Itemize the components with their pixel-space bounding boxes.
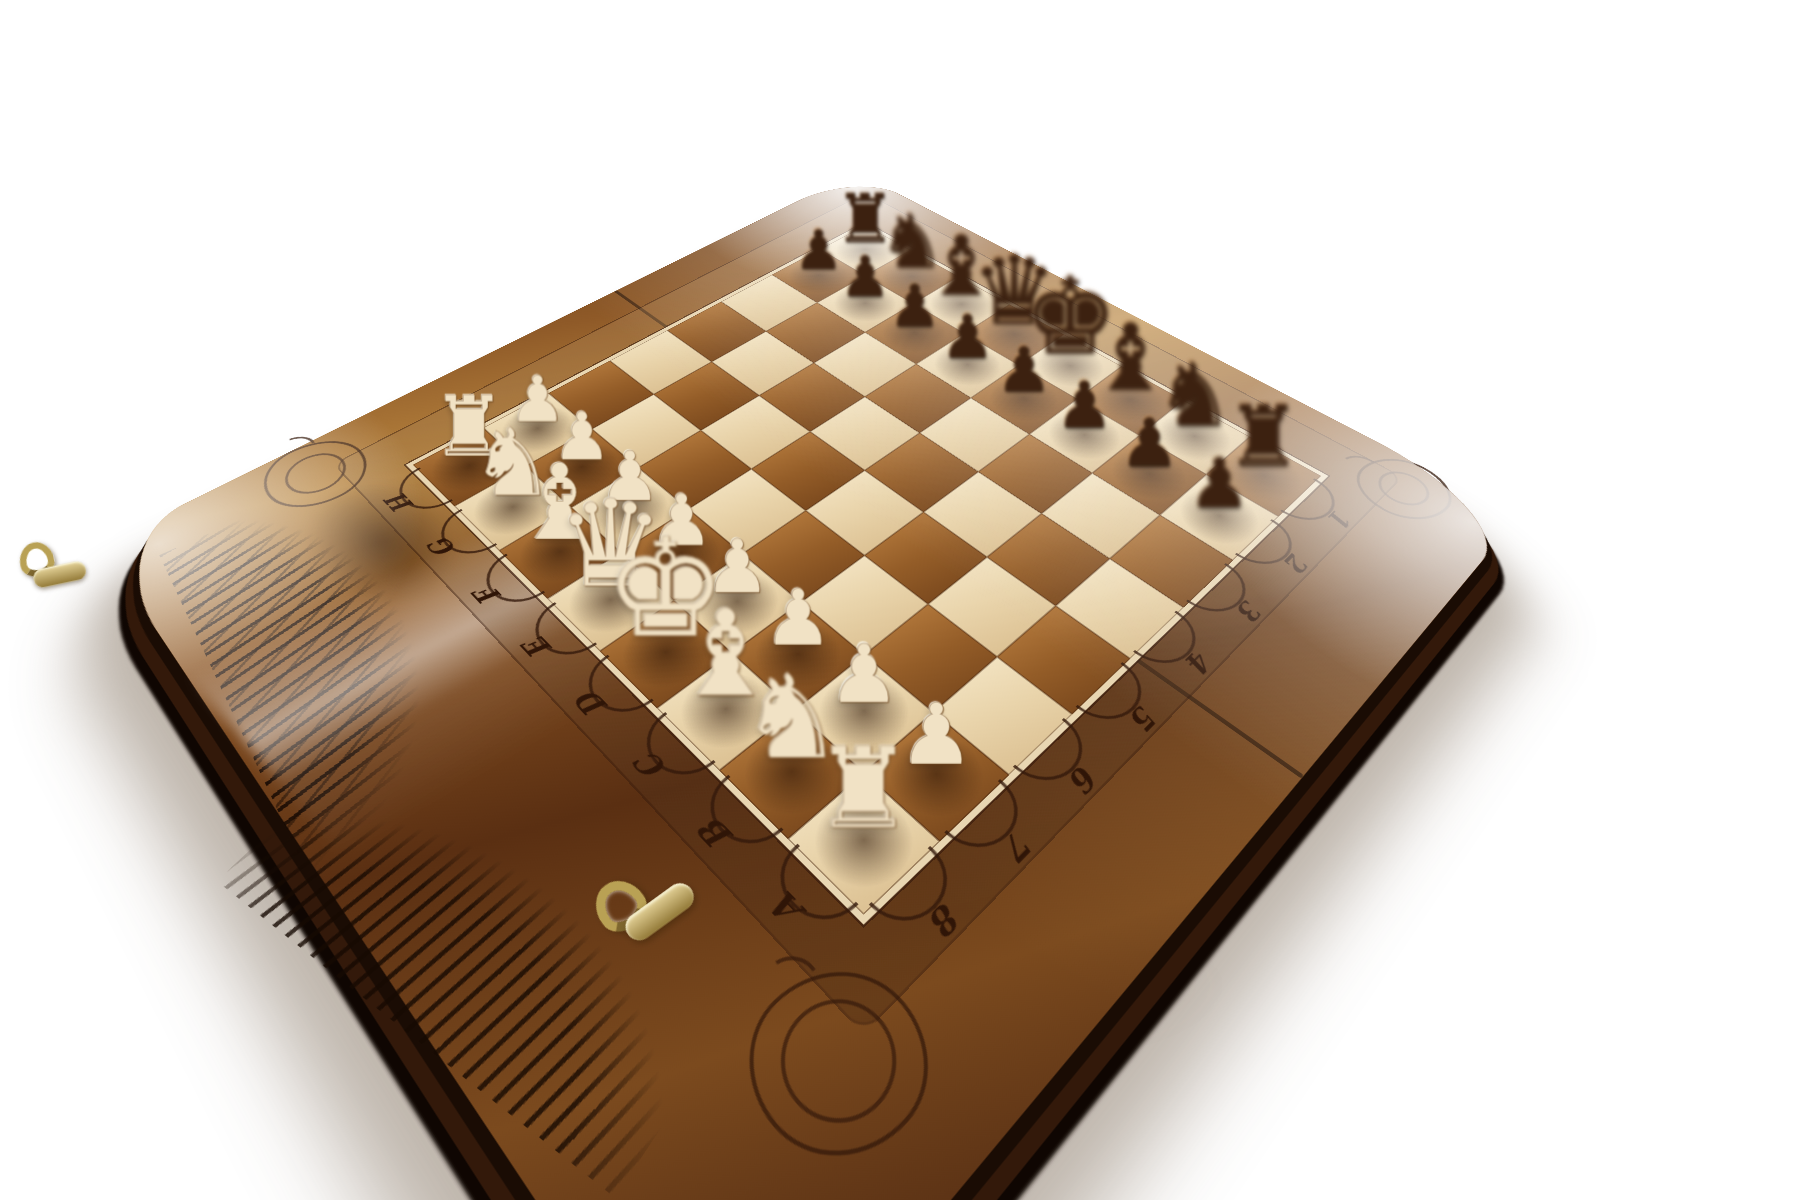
square-a8[interactable]: ♜ [788,773,940,915]
scene: ♜♞♝♛♚♝♞♜♟♟♟♟♟♟♟♟♟♟♟♟♟♟♟♟♜♞♝♛♚♝♞♜ HGFEDCB… [0,0,1800,1200]
rank-number: 1 [1321,506,1360,532]
rank-number: 5 [1122,699,1166,735]
chess-board: ♜♞♝♛♚♝♞♜♟♟♟♟♟♟♟♟♟♟♟♟♟♟♟♟♜♞♝♛♚♝♞♜ HGFEDCB… [100,172,1520,1200]
rank-number: 8 [921,894,970,942]
piece-black-pawn-a2[interactable]: ♟ [1151,452,1287,515]
piece-white-rook-a8[interactable]: ♜ [776,737,951,840]
rank-label-6: 6 [1009,714,1129,822]
rank-number: 3 [1229,595,1270,626]
rank-number: 4 [1178,645,1221,678]
board-grid: ♜♞♝♛♚♝♞♜♟♟♟♟♟♟♟♟♟♟♟♟♟♟♟♟♜♞♝♛♚♝♞♜ [406,222,1329,925]
rank-number: 2 [1277,548,1317,576]
photo-stage: ♜♞♝♛♚♝♞♜♟♟♟♟♟♟♟♟♟♟♟♟♟♟♟♟♜♞♝♛♚♝♞♜ HGFEDCB… [0,0,1800,1200]
rank-number: 6 [1061,758,1107,798]
rank-number: 7 [995,823,1042,866]
